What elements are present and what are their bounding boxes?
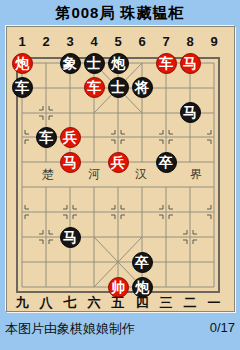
piece-black-horse[interactable]: 马 bbox=[60, 227, 81, 248]
piece-red-cannon[interactable]: 炮 bbox=[12, 53, 33, 74]
puzzle-title: 第008局 珠藏韫柜 bbox=[0, 4, 240, 23]
piece-black-elephant[interactable]: 象 bbox=[60, 53, 81, 74]
progress-counter: 0/17 bbox=[210, 320, 235, 338]
file-label: 八 bbox=[34, 294, 58, 312]
piece-red-horse[interactable]: 马 bbox=[180, 53, 201, 74]
piece-black-pawn[interactable]: 卒 bbox=[132, 252, 153, 273]
file-label: 二 bbox=[178, 294, 202, 312]
piece-black-advisor[interactable]: 士 bbox=[84, 53, 105, 74]
file-label: 五 bbox=[106, 294, 130, 312]
piece-red-horse[interactable]: 马 bbox=[60, 152, 81, 173]
piece-black-horse[interactable]: 马 bbox=[180, 102, 201, 123]
footer-bar: 本图片由象棋娘娘制作 0/17 bbox=[0, 320, 240, 338]
piece-black-pawn[interactable]: 卒 bbox=[156, 152, 177, 173]
piece-black-advisor[interactable]: 士 bbox=[108, 77, 129, 98]
file-labels-bottom: 九八七六五四三二一 bbox=[10, 294, 226, 312]
file-label: 三 bbox=[154, 294, 178, 312]
pieces-grid: 炮象士炮车马车车士将马车兵马兵卒马卒帅炮 bbox=[10, 51, 226, 300]
board-panel: 123456789 楚河汉界 炮象士炮车马车车士将马车兵马兵卒马卒帅炮 九八七六… bbox=[6, 26, 235, 312]
file-label: 九 bbox=[10, 294, 34, 312]
file-label: 七 bbox=[58, 294, 82, 312]
credit-text: 本图片由象棋娘娘制作 bbox=[5, 320, 135, 338]
file-label: 四 bbox=[130, 294, 154, 312]
file-label: 一 bbox=[202, 294, 226, 312]
piece-red-chariot[interactable]: 车 bbox=[156, 53, 177, 74]
piece-black-general[interactable]: 将 bbox=[132, 77, 153, 98]
piece-black-chariot[interactable]: 车 bbox=[12, 77, 33, 98]
piece-black-chariot[interactable]: 车 bbox=[36, 127, 57, 148]
piece-red-chariot[interactable]: 车 bbox=[84, 77, 105, 98]
piece-red-pawn[interactable]: 兵 bbox=[60, 127, 81, 148]
piece-black-cannon[interactable]: 炮 bbox=[108, 53, 129, 74]
piece-red-pawn[interactable]: 兵 bbox=[108, 152, 129, 173]
file-label: 六 bbox=[82, 294, 106, 312]
